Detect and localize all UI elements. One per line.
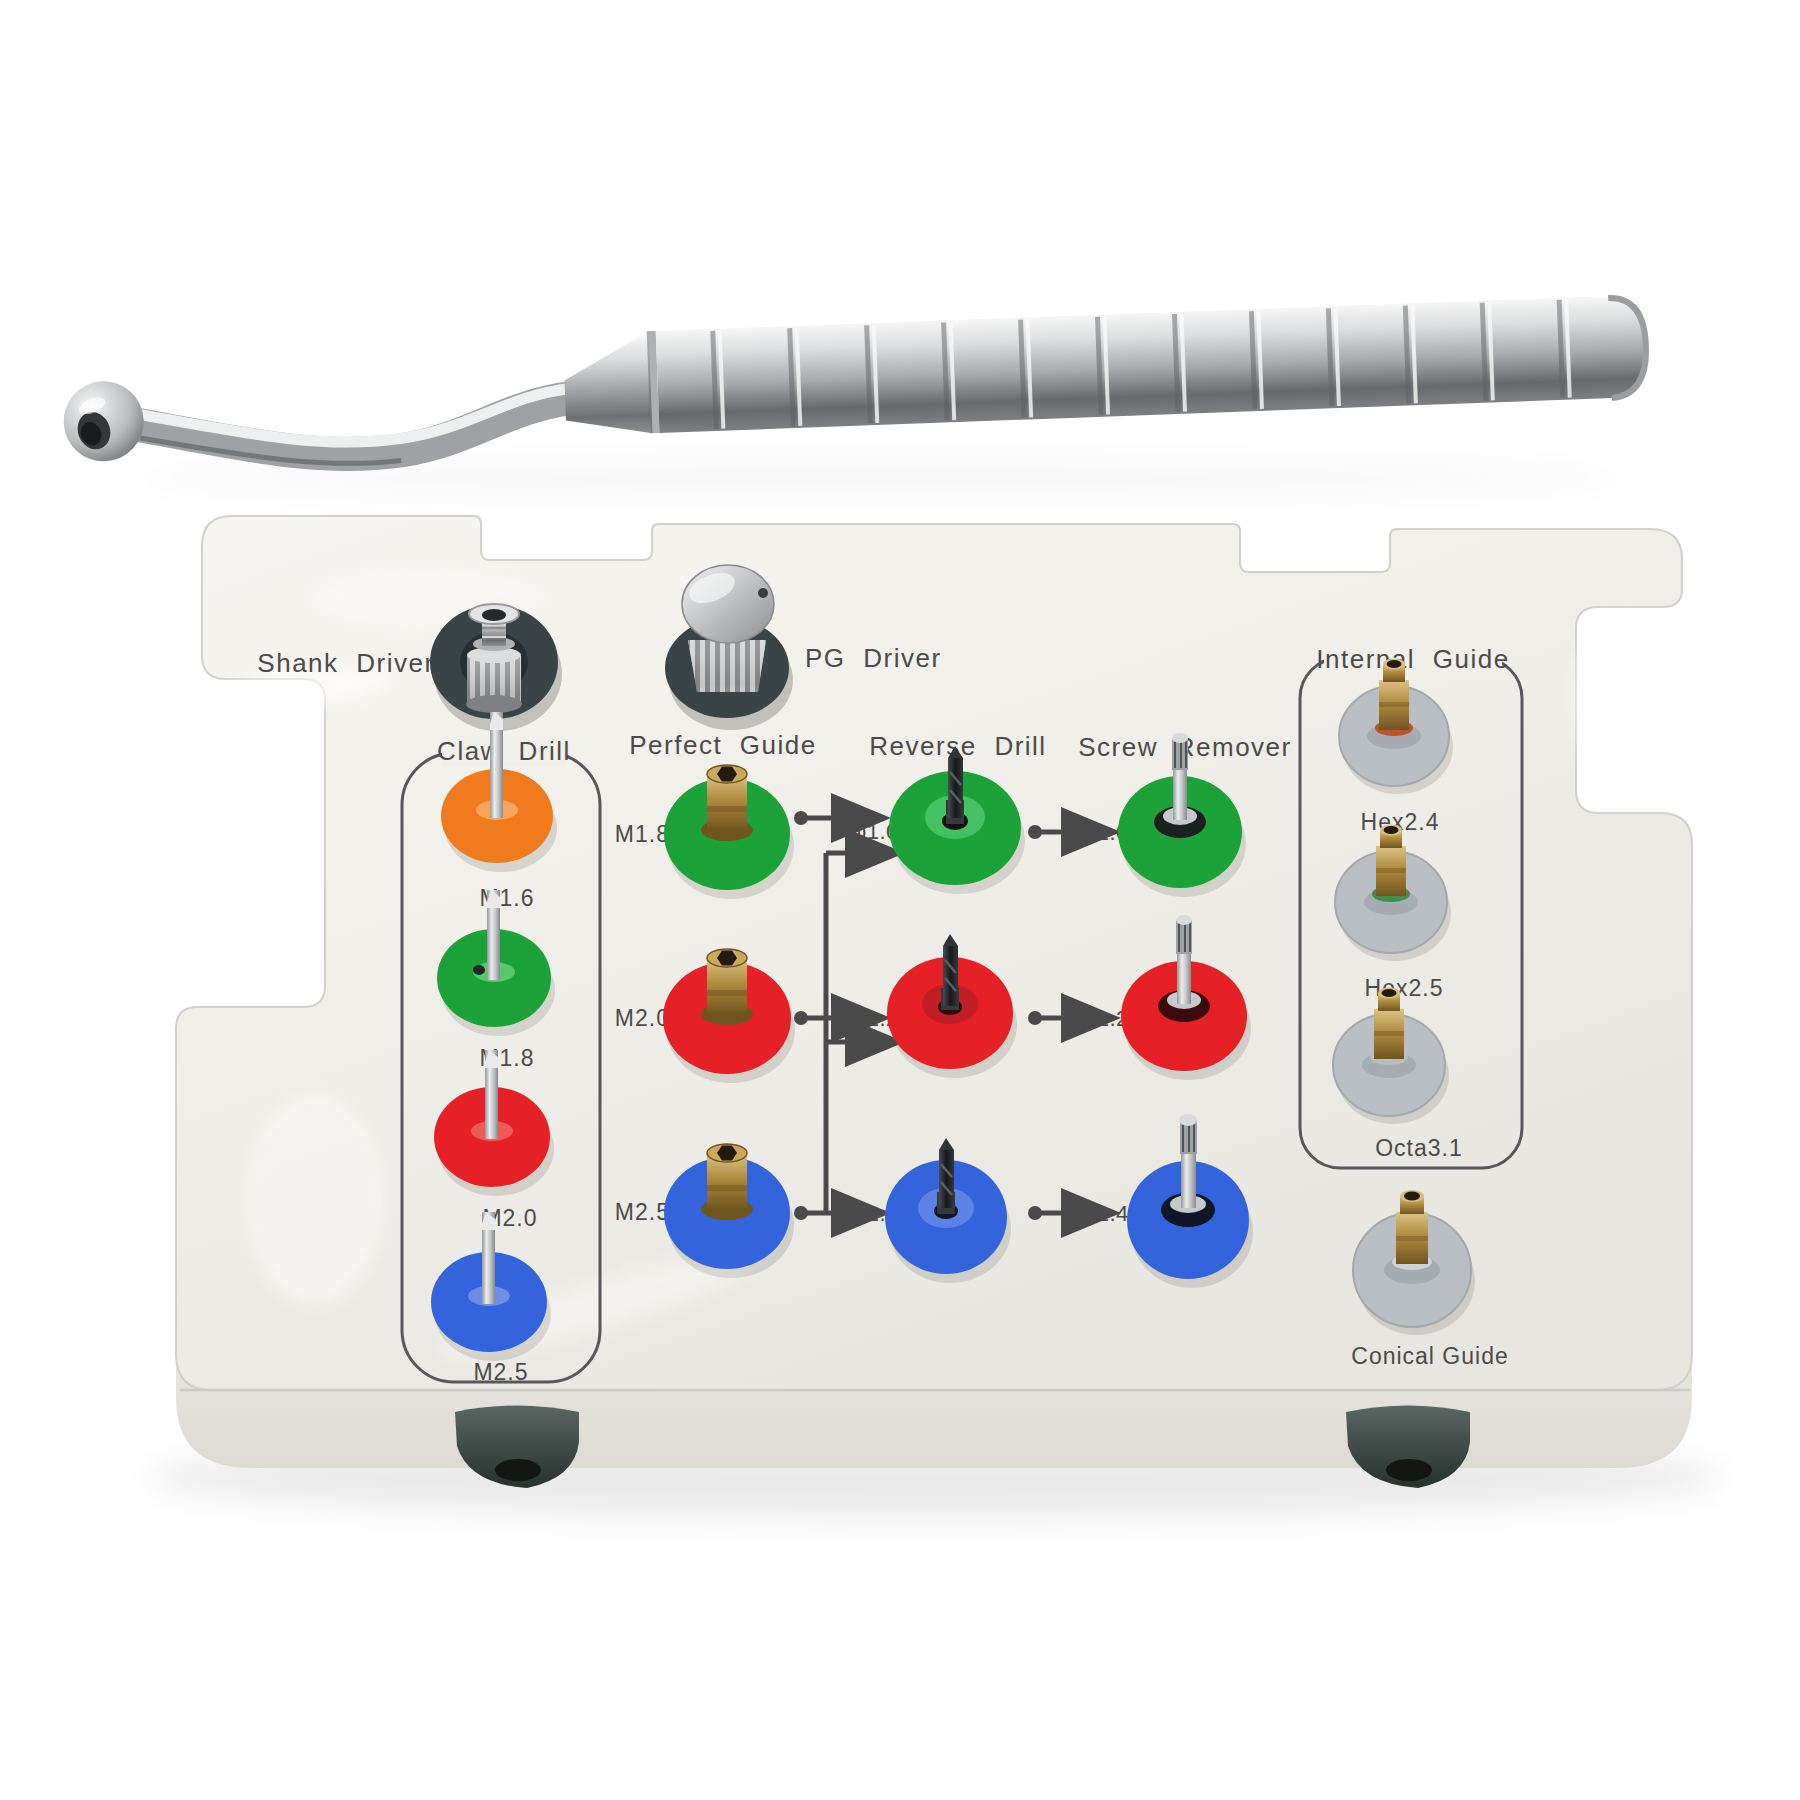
instrument-cone bbox=[563, 331, 653, 436]
kit-illustration: Shank Driver PG Driver Claw Drill Perfec… bbox=[0, 0, 1800, 1800]
claw-drill-header: Claw Drill bbox=[437, 736, 571, 766]
internal-guide-octa31: Octa3.1 bbox=[1375, 1135, 1463, 1161]
reverse-drill-section bbox=[885, 746, 1025, 1283]
guide-size-m18: M1.8 bbox=[615, 821, 670, 847]
pg-driver-label: PG Driver bbox=[805, 643, 942, 673]
latch-hole bbox=[1386, 1459, 1432, 1481]
screw-remover-bit bbox=[1181, 1152, 1196, 1208]
internal-guide-header: Internal Guide bbox=[1316, 644, 1509, 674]
bone-instrument bbox=[61, 295, 1648, 474]
knob-pin-hole bbox=[758, 588, 768, 598]
guide-size-m25: M2.5 bbox=[615, 1199, 670, 1225]
reverse-drill-bit bbox=[939, 1150, 954, 1208]
screw-remover-section bbox=[1118, 733, 1253, 1288]
internal-guide-section: Hex2.4 Hex2.5 Octa3.1 bbox=[1333, 659, 1463, 1162]
conical-guide-label: Conical Guide bbox=[1351, 1343, 1508, 1369]
reverse-drill-bit bbox=[943, 946, 958, 1006]
guide-bore bbox=[1404, 1192, 1420, 1201]
claw-size-m25: M2.5 bbox=[473, 1359, 528, 1385]
screw-remover-bit bbox=[1177, 952, 1191, 1004]
instrument-handle bbox=[656, 295, 1648, 433]
latch-hole bbox=[495, 1459, 541, 1481]
shank-driver-bit bbox=[466, 604, 522, 713]
screw-remover-dia-14: φ1.4 bbox=[1082, 1201, 1129, 1226]
screw-remover-bit bbox=[1173, 768, 1187, 820]
bit-bore bbox=[482, 609, 506, 621]
pg-driver-knob bbox=[682, 565, 774, 692]
guide-bore bbox=[1387, 660, 1402, 668]
guide-bore bbox=[1384, 826, 1399, 834]
internal-guide-hex25: Hex2.5 bbox=[1365, 975, 1444, 1001]
perfect-guide-header: Perfect Guide bbox=[629, 730, 816, 760]
gloss-highlight bbox=[245, 1095, 385, 1305]
product-photo: Shank Driver PG Driver Claw Drill Perfec… bbox=[0, 0, 1800, 1800]
guide-size-m20: M2.0 bbox=[615, 1005, 670, 1031]
reverse-drill-bit bbox=[948, 758, 963, 818]
guide-bore bbox=[1382, 989, 1397, 997]
shank-driver-label: Shank Driver bbox=[257, 648, 434, 678]
gloss-highlight bbox=[1573, 615, 1663, 785]
perfect-guide-section bbox=[663, 765, 795, 1278]
